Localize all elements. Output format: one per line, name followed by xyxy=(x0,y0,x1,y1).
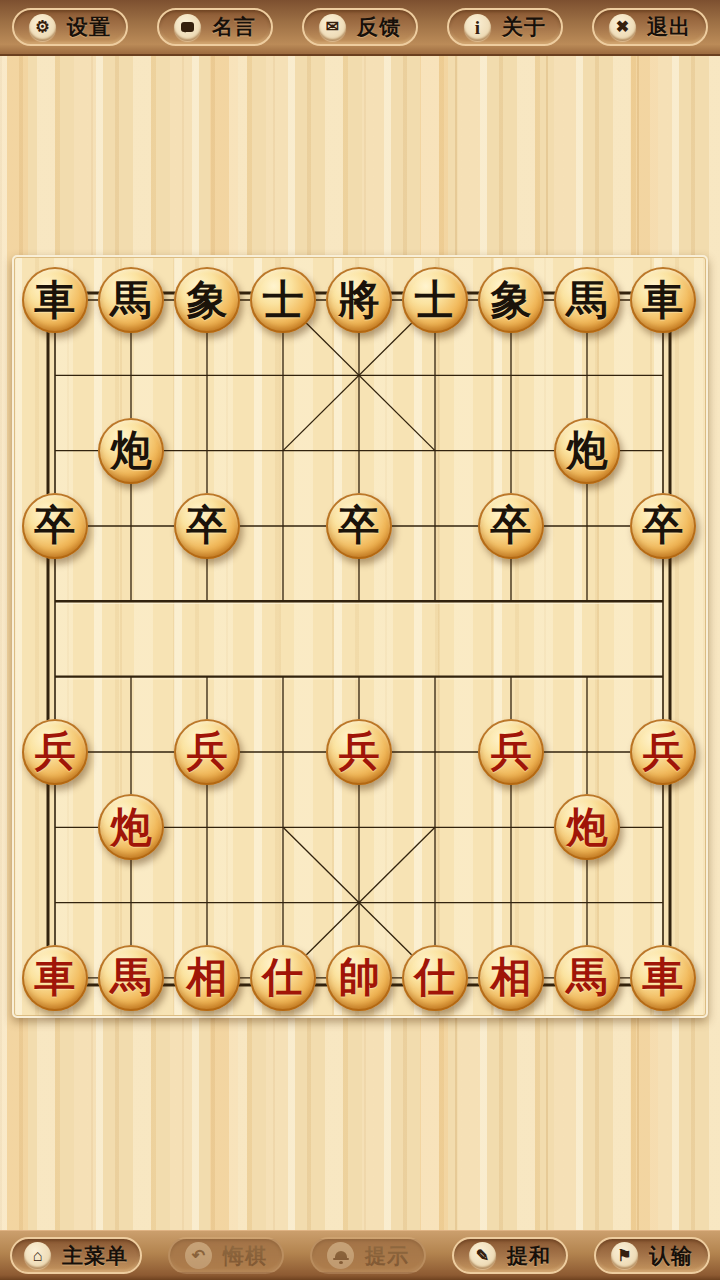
undo-button-label: 悔棋 xyxy=(223,1242,267,1270)
piece-red-horse[interactable]: 馬 xyxy=(554,945,620,1011)
info-icon: i xyxy=(464,14,491,41)
piece-red-soldier[interactable]: 兵 xyxy=(174,719,240,785)
top-toolbar: ⚙ 设置 名言 ✉ 反馈 i 关于 ✖ 退出 xyxy=(0,0,720,56)
undo-button: ↶ 悔棋 xyxy=(168,1237,284,1274)
feedback-button-label: 反馈 xyxy=(357,13,401,41)
piece-red-horse[interactable]: 馬 xyxy=(98,945,164,1011)
resign-button-label: 认输 xyxy=(649,1242,693,1270)
piece-black-soldier[interactable]: 卒 xyxy=(630,493,696,559)
flag-icon: ⚑ xyxy=(611,1242,638,1269)
offer-draw-button-label: 提和 xyxy=(507,1242,551,1270)
piece-red-elephant[interactable]: 相 xyxy=(174,945,240,1011)
piece-black-cannon[interactable]: 炮 xyxy=(554,418,620,484)
piece-black-soldier[interactable]: 卒 xyxy=(326,493,392,559)
about-button-label: 关于 xyxy=(502,13,546,41)
piece-black-chariot[interactable]: 車 xyxy=(22,267,88,333)
piece-red-soldier[interactable]: 兵 xyxy=(326,719,392,785)
piece-red-soldier[interactable]: 兵 xyxy=(478,719,544,785)
piece-black-elephant[interactable]: 象 xyxy=(478,267,544,333)
piece-red-general[interactable]: 帥 xyxy=(326,945,392,1011)
piece-red-advisor[interactable]: 仕 xyxy=(250,945,316,1011)
settings-button[interactable]: ⚙ 设置 xyxy=(12,8,128,46)
piece-black-horse[interactable]: 馬 xyxy=(98,267,164,333)
quotes-button-label: 名言 xyxy=(212,13,256,41)
exit-button-label: 退出 xyxy=(647,13,691,41)
piece-black-general[interactable]: 將 xyxy=(326,267,392,333)
piece-red-soldier[interactable]: 兵 xyxy=(22,719,88,785)
piece-red-soldier[interactable]: 兵 xyxy=(630,719,696,785)
piece-black-soldier[interactable]: 卒 xyxy=(22,493,88,559)
main-menu-button-label: 主菜单 xyxy=(62,1242,128,1270)
piece-layer: 車馬象士將士象馬車炮炮卒卒卒卒卒兵兵兵兵兵炮炮車馬相仕帥仕相馬車 xyxy=(14,257,706,1016)
home-icon: ⌂ xyxy=(24,1242,51,1269)
piece-red-advisor[interactable]: 仕 xyxy=(402,945,468,1011)
piece-red-cannon[interactable]: 炮 xyxy=(554,794,620,860)
hint-button: 提示 xyxy=(310,1237,426,1274)
xiangqi-board[interactable]: 車馬象士將士象馬車炮炮卒卒卒卒卒兵兵兵兵兵炮炮車馬相仕帥仕相馬車 xyxy=(12,255,708,1018)
settings-button-label: 设置 xyxy=(67,13,111,41)
piece-red-chariot[interactable]: 車 xyxy=(22,945,88,1011)
bottom-toolbar: ⌂ 主菜单 ↶ 悔棋 提示 ✎ 提和 ⚑ 认输 xyxy=(0,1230,720,1280)
about-button[interactable]: i 关于 xyxy=(447,8,563,46)
resign-button[interactable]: ⚑ 认输 xyxy=(594,1237,710,1274)
piece-black-soldier[interactable]: 卒 xyxy=(174,493,240,559)
piece-red-elephant[interactable]: 相 xyxy=(478,945,544,1011)
piece-black-chariot[interactable]: 車 xyxy=(630,267,696,333)
envelope-icon: ✉ xyxy=(319,14,346,41)
piece-black-advisor[interactable]: 士 xyxy=(250,267,316,333)
bell-icon xyxy=(327,1242,354,1269)
undo-icon: ↶ xyxy=(185,1242,212,1269)
main-menu-button[interactable]: ⌂ 主菜单 xyxy=(10,1237,142,1274)
feedback-button[interactable]: ✉ 反馈 xyxy=(302,8,418,46)
piece-black-horse[interactable]: 馬 xyxy=(554,267,620,333)
piece-black-advisor[interactable]: 士 xyxy=(402,267,468,333)
piece-black-soldier[interactable]: 卒 xyxy=(478,493,544,559)
piece-red-chariot[interactable]: 車 xyxy=(630,945,696,1011)
quotes-button[interactable]: 名言 xyxy=(157,8,273,46)
piece-black-cannon[interactable]: 炮 xyxy=(98,418,164,484)
piece-black-elephant[interactable]: 象 xyxy=(174,267,240,333)
offer-draw-button[interactable]: ✎ 提和 xyxy=(452,1237,568,1274)
close-icon: ✖ xyxy=(609,14,636,41)
exit-button[interactable]: ✖ 退出 xyxy=(592,8,708,46)
speech-bubble-icon xyxy=(174,14,201,41)
hint-button-label: 提示 xyxy=(365,1242,409,1270)
piece-red-cannon[interactable]: 炮 xyxy=(98,794,164,860)
app-screen: ⚙ 设置 名言 ✉ 反馈 i 关于 ✖ 退出 車馬象士將士象馬車炮炮卒卒卒卒卒兵… xyxy=(0,0,720,1280)
pencil-icon: ✎ xyxy=(469,1242,496,1269)
gear-icon: ⚙ xyxy=(29,14,56,41)
